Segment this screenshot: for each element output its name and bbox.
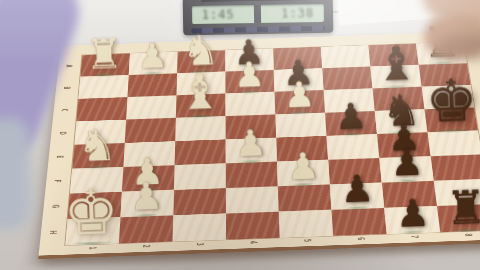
square-g6: ♟	[330, 183, 384, 210]
square-c5: ♟	[275, 90, 326, 114]
black-pawn-g6[interactable]: ♟	[338, 170, 376, 208]
square-h3	[172, 213, 226, 241]
board-perspective-wrap: ABCDEFGH12345678 ♜♟♞♟♜♟♟♝♝♟♟♞♚♞♟♟♟♟♟♟♟♚♟…	[0, 0, 480, 270]
white-pawn-b4[interactable]: ♟	[232, 57, 268, 93]
square-c2	[126, 95, 176, 119]
square-h5	[279, 210, 333, 238]
black-bishop-b7[interactable]: ♝	[372, 39, 421, 88]
square-f4	[226, 162, 278, 188]
file-label-h: H	[48, 230, 57, 234]
file-label-e: E	[55, 155, 64, 158]
square-d5	[275, 113, 326, 138]
square-h7: ♟	[384, 206, 440, 234]
file-label-c: C	[60, 109, 68, 112]
square-c4	[225, 92, 275, 116]
rank-label-2: 2	[141, 244, 150, 247]
rank-label-5: 5	[302, 239, 311, 242]
rank-label-4: 4	[249, 241, 258, 244]
square-f7: ♟	[379, 156, 433, 182]
square-f8	[431, 154, 480, 180]
square-d6: ♟	[325, 111, 377, 136]
square-c1	[76, 97, 127, 121]
file-label-g: G	[50, 204, 59, 208]
square-d2	[125, 118, 176, 143]
rank-label-6: 6	[356, 237, 365, 240]
rank-label-3: 3	[195, 243, 204, 246]
white-pawn-g2[interactable]: ♟	[127, 178, 165, 216]
chess-board: ABCDEFGH12345678 ♜♟♞♟♜♟♟♝♝♟♟♞♚♞♟♟♟♟♟♟♟♚♟…	[38, 31, 480, 259]
white-rook-a1[interactable]: ♜	[83, 33, 126, 76]
white-pawn-f5[interactable]: ♟	[284, 147, 322, 185]
square-b4: ♟	[225, 70, 274, 94]
black-rook-h8[interactable]: ♜	[443, 184, 480, 231]
square-a1: ♜	[80, 54, 130, 77]
square-c3: ♝	[176, 94, 226, 118]
square-e8	[427, 131, 480, 157]
file-label-b: B	[62, 86, 70, 89]
square-e1: ♞	[72, 143, 125, 169]
file-label-d: D	[58, 131, 67, 135]
background-chair	[0, 118, 30, 230]
photo-scene: 1:45 1:38 ABCDEFGH12345678 ♜♟♞♟♜♟♟♝♝♟♟♞♚…	[0, 0, 480, 270]
square-h1: ♚	[65, 217, 120, 245]
square-b6	[322, 67, 372, 91]
square-g2: ♟	[120, 190, 173, 217]
white-pawn-c5[interactable]: ♟	[281, 77, 317, 113]
square-b2	[127, 73, 177, 97]
white-king-h1[interactable]: ♚	[59, 181, 123, 245]
white-pawn-e4[interactable]: ♟	[232, 125, 269, 162]
square-g4	[226, 186, 279, 213]
white-bishop-c3[interactable]: ♝	[175, 67, 225, 117]
square-d8: ♚	[424, 107, 477, 132]
square-b1	[78, 75, 128, 99]
square-h4	[226, 212, 280, 240]
rank-label-7: 7	[409, 235, 418, 238]
square-a6	[321, 45, 371, 68]
square-g5	[278, 184, 332, 211]
black-pawn-d6[interactable]: ♟	[333, 98, 370, 135]
square-d3	[175, 116, 225, 141]
square-h8: ♜	[437, 204, 480, 232]
black-pawn-f7[interactable]: ♟	[388, 144, 426, 182]
square-h6	[331, 208, 386, 236]
square-f3	[174, 163, 226, 189]
white-pawn-a2[interactable]: ♟	[135, 39, 170, 74]
square-f5: ♟	[277, 160, 330, 186]
file-label-a: A	[64, 65, 72, 68]
square-g3	[173, 188, 226, 215]
black-pawn-h7[interactable]: ♟	[393, 194, 432, 233]
rank-label-1: 1	[87, 246, 96, 249]
square-h2	[119, 215, 173, 243]
rank-label-8: 8	[463, 233, 472, 236]
board-grid: ♜♟♞♟♜♟♟♝♝♟♟♞♚♞♟♟♟♟♟♟♟♚♟♜	[65, 42, 480, 245]
square-a2: ♟	[129, 52, 178, 75]
black-king-d8[interactable]: ♚	[422, 72, 480, 132]
white-knight-e1[interactable]: ♞	[75, 123, 120, 168]
